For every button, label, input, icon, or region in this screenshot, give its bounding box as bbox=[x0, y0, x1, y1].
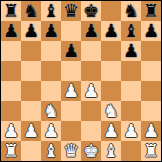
square-e4[interactable]: ♟ bbox=[81, 81, 101, 101]
piece-white-bishop[interactable]: ♝ bbox=[103, 141, 119, 161]
piece-white-rook[interactable]: ♜ bbox=[143, 141, 159, 161]
square-h7[interactable]: ♟ bbox=[141, 21, 161, 41]
square-d6[interactable]: ♟ bbox=[61, 41, 81, 61]
square-f6[interactable] bbox=[101, 41, 121, 61]
square-a4[interactable] bbox=[1, 81, 21, 101]
square-d4[interactable]: ♟ bbox=[61, 81, 81, 101]
square-e6[interactable] bbox=[81, 41, 101, 61]
square-b7[interactable]: ♟ bbox=[21, 21, 41, 41]
square-d7[interactable] bbox=[61, 21, 81, 41]
square-c7[interactable]: ♟ bbox=[41, 21, 61, 41]
piece-white-pawn[interactable]: ♟ bbox=[3, 121, 19, 141]
piece-white-pawn[interactable]: ♟ bbox=[143, 121, 159, 141]
square-b3[interactable] bbox=[21, 101, 41, 121]
square-h4[interactable] bbox=[141, 81, 161, 101]
square-f1[interactable]: ♝ bbox=[101, 141, 121, 161]
square-c2[interactable]: ♟ bbox=[41, 121, 61, 141]
piece-black-pawn[interactable]: ♟ bbox=[83, 21, 99, 41]
piece-black-knight[interactable]: ♞ bbox=[23, 1, 39, 21]
square-a7[interactable]: ♟ bbox=[1, 21, 21, 41]
square-b1[interactable] bbox=[21, 141, 41, 161]
square-h5[interactable] bbox=[141, 61, 161, 81]
square-e1[interactable]: ♚ bbox=[81, 141, 101, 161]
square-a5[interactable] bbox=[1, 61, 21, 81]
square-g8[interactable]: ♞ bbox=[121, 1, 141, 21]
square-f5[interactable] bbox=[101, 61, 121, 81]
piece-black-rook[interactable]: ♜ bbox=[3, 1, 19, 21]
square-a8[interactable]: ♜ bbox=[1, 1, 21, 21]
square-h3[interactable] bbox=[141, 101, 161, 121]
square-e5[interactable] bbox=[81, 61, 101, 81]
piece-black-pawn[interactable]: ♟ bbox=[23, 21, 39, 41]
square-a6[interactable] bbox=[1, 41, 21, 61]
square-b4[interactable] bbox=[21, 81, 41, 101]
piece-black-rook[interactable]: ♜ bbox=[143, 1, 159, 21]
square-g7[interactable]: ♝ bbox=[121, 21, 141, 41]
piece-black-king[interactable]: ♚ bbox=[83, 1, 99, 21]
square-c3[interactable]: ♞ bbox=[41, 101, 61, 121]
chess-board: ♜♞♝♛♚♞♜♟♟♟♟♟♝♟♟♟♟♟♞♞♟♟♟♟♟♟♜♝♛♚♝♜ bbox=[0, 0, 162, 162]
square-d3[interactable] bbox=[61, 101, 81, 121]
square-f2[interactable]: ♟ bbox=[101, 121, 121, 141]
piece-black-queen[interactable]: ♛ bbox=[63, 1, 79, 21]
piece-white-king[interactable]: ♚ bbox=[83, 141, 99, 161]
piece-white-pawn[interactable]: ♟ bbox=[23, 121, 39, 141]
square-g1[interactable] bbox=[121, 141, 141, 161]
square-d5[interactable] bbox=[61, 61, 81, 81]
square-d1[interactable]: ♛ bbox=[61, 141, 81, 161]
piece-black-bishop[interactable]: ♝ bbox=[43, 1, 59, 21]
square-b2[interactable]: ♟ bbox=[21, 121, 41, 141]
square-g3[interactable] bbox=[121, 101, 141, 121]
piece-white-bishop[interactable]: ♝ bbox=[43, 141, 59, 161]
square-c6[interactable] bbox=[41, 41, 61, 61]
square-h2[interactable]: ♟ bbox=[141, 121, 161, 141]
piece-black-bishop[interactable]: ♝ bbox=[123, 21, 139, 41]
piece-white-queen[interactable]: ♛ bbox=[63, 141, 79, 161]
square-e3[interactable] bbox=[81, 101, 101, 121]
square-c1[interactable]: ♝ bbox=[41, 141, 61, 161]
square-g5[interactable] bbox=[121, 61, 141, 81]
piece-black-pawn[interactable]: ♟ bbox=[43, 21, 59, 41]
piece-white-pawn[interactable]: ♟ bbox=[123, 121, 139, 141]
square-f4[interactable] bbox=[101, 81, 121, 101]
piece-white-knight[interactable]: ♞ bbox=[103, 101, 119, 121]
piece-white-pawn[interactable]: ♟ bbox=[103, 121, 119, 141]
square-b8[interactable]: ♞ bbox=[21, 1, 41, 21]
square-c4[interactable] bbox=[41, 81, 61, 101]
square-c8[interactable]: ♝ bbox=[41, 1, 61, 21]
square-f3[interactable]: ♞ bbox=[101, 101, 121, 121]
piece-white-pawn[interactable]: ♟ bbox=[83, 81, 99, 101]
piece-white-pawn[interactable]: ♟ bbox=[43, 121, 59, 141]
square-a3[interactable] bbox=[1, 101, 21, 121]
square-a1[interactable]: ♜ bbox=[1, 141, 21, 161]
square-a2[interactable]: ♟ bbox=[1, 121, 21, 141]
square-d8[interactable]: ♛ bbox=[61, 1, 81, 21]
piece-black-pawn[interactable]: ♟ bbox=[143, 21, 159, 41]
piece-black-knight[interactable]: ♞ bbox=[123, 1, 139, 21]
square-e8[interactable]: ♚ bbox=[81, 1, 101, 21]
square-b6[interactable] bbox=[21, 41, 41, 61]
piece-black-pawn[interactable]: ♟ bbox=[103, 21, 119, 41]
square-h1[interactable]: ♜ bbox=[141, 141, 161, 161]
piece-black-pawn[interactable]: ♟ bbox=[123, 41, 139, 61]
square-f7[interactable]: ♟ bbox=[101, 21, 121, 41]
square-g4[interactable] bbox=[121, 81, 141, 101]
square-e7[interactable]: ♟ bbox=[81, 21, 101, 41]
square-c5[interactable] bbox=[41, 61, 61, 81]
square-g6[interactable]: ♟ bbox=[121, 41, 141, 61]
square-g2[interactable]: ♟ bbox=[121, 121, 141, 141]
square-h8[interactable]: ♜ bbox=[141, 1, 161, 21]
square-h6[interactable] bbox=[141, 41, 161, 61]
piece-black-pawn[interactable]: ♟ bbox=[3, 21, 19, 41]
square-f8[interactable] bbox=[101, 1, 121, 21]
square-b5[interactable] bbox=[21, 61, 41, 81]
square-e2[interactable] bbox=[81, 121, 101, 141]
piece-black-pawn[interactable]: ♟ bbox=[63, 41, 79, 61]
piece-white-rook[interactable]: ♜ bbox=[3, 141, 19, 161]
piece-white-knight[interactable]: ♞ bbox=[43, 101, 59, 121]
square-d2[interactable] bbox=[61, 121, 81, 141]
piece-white-pawn[interactable]: ♟ bbox=[63, 81, 79, 101]
